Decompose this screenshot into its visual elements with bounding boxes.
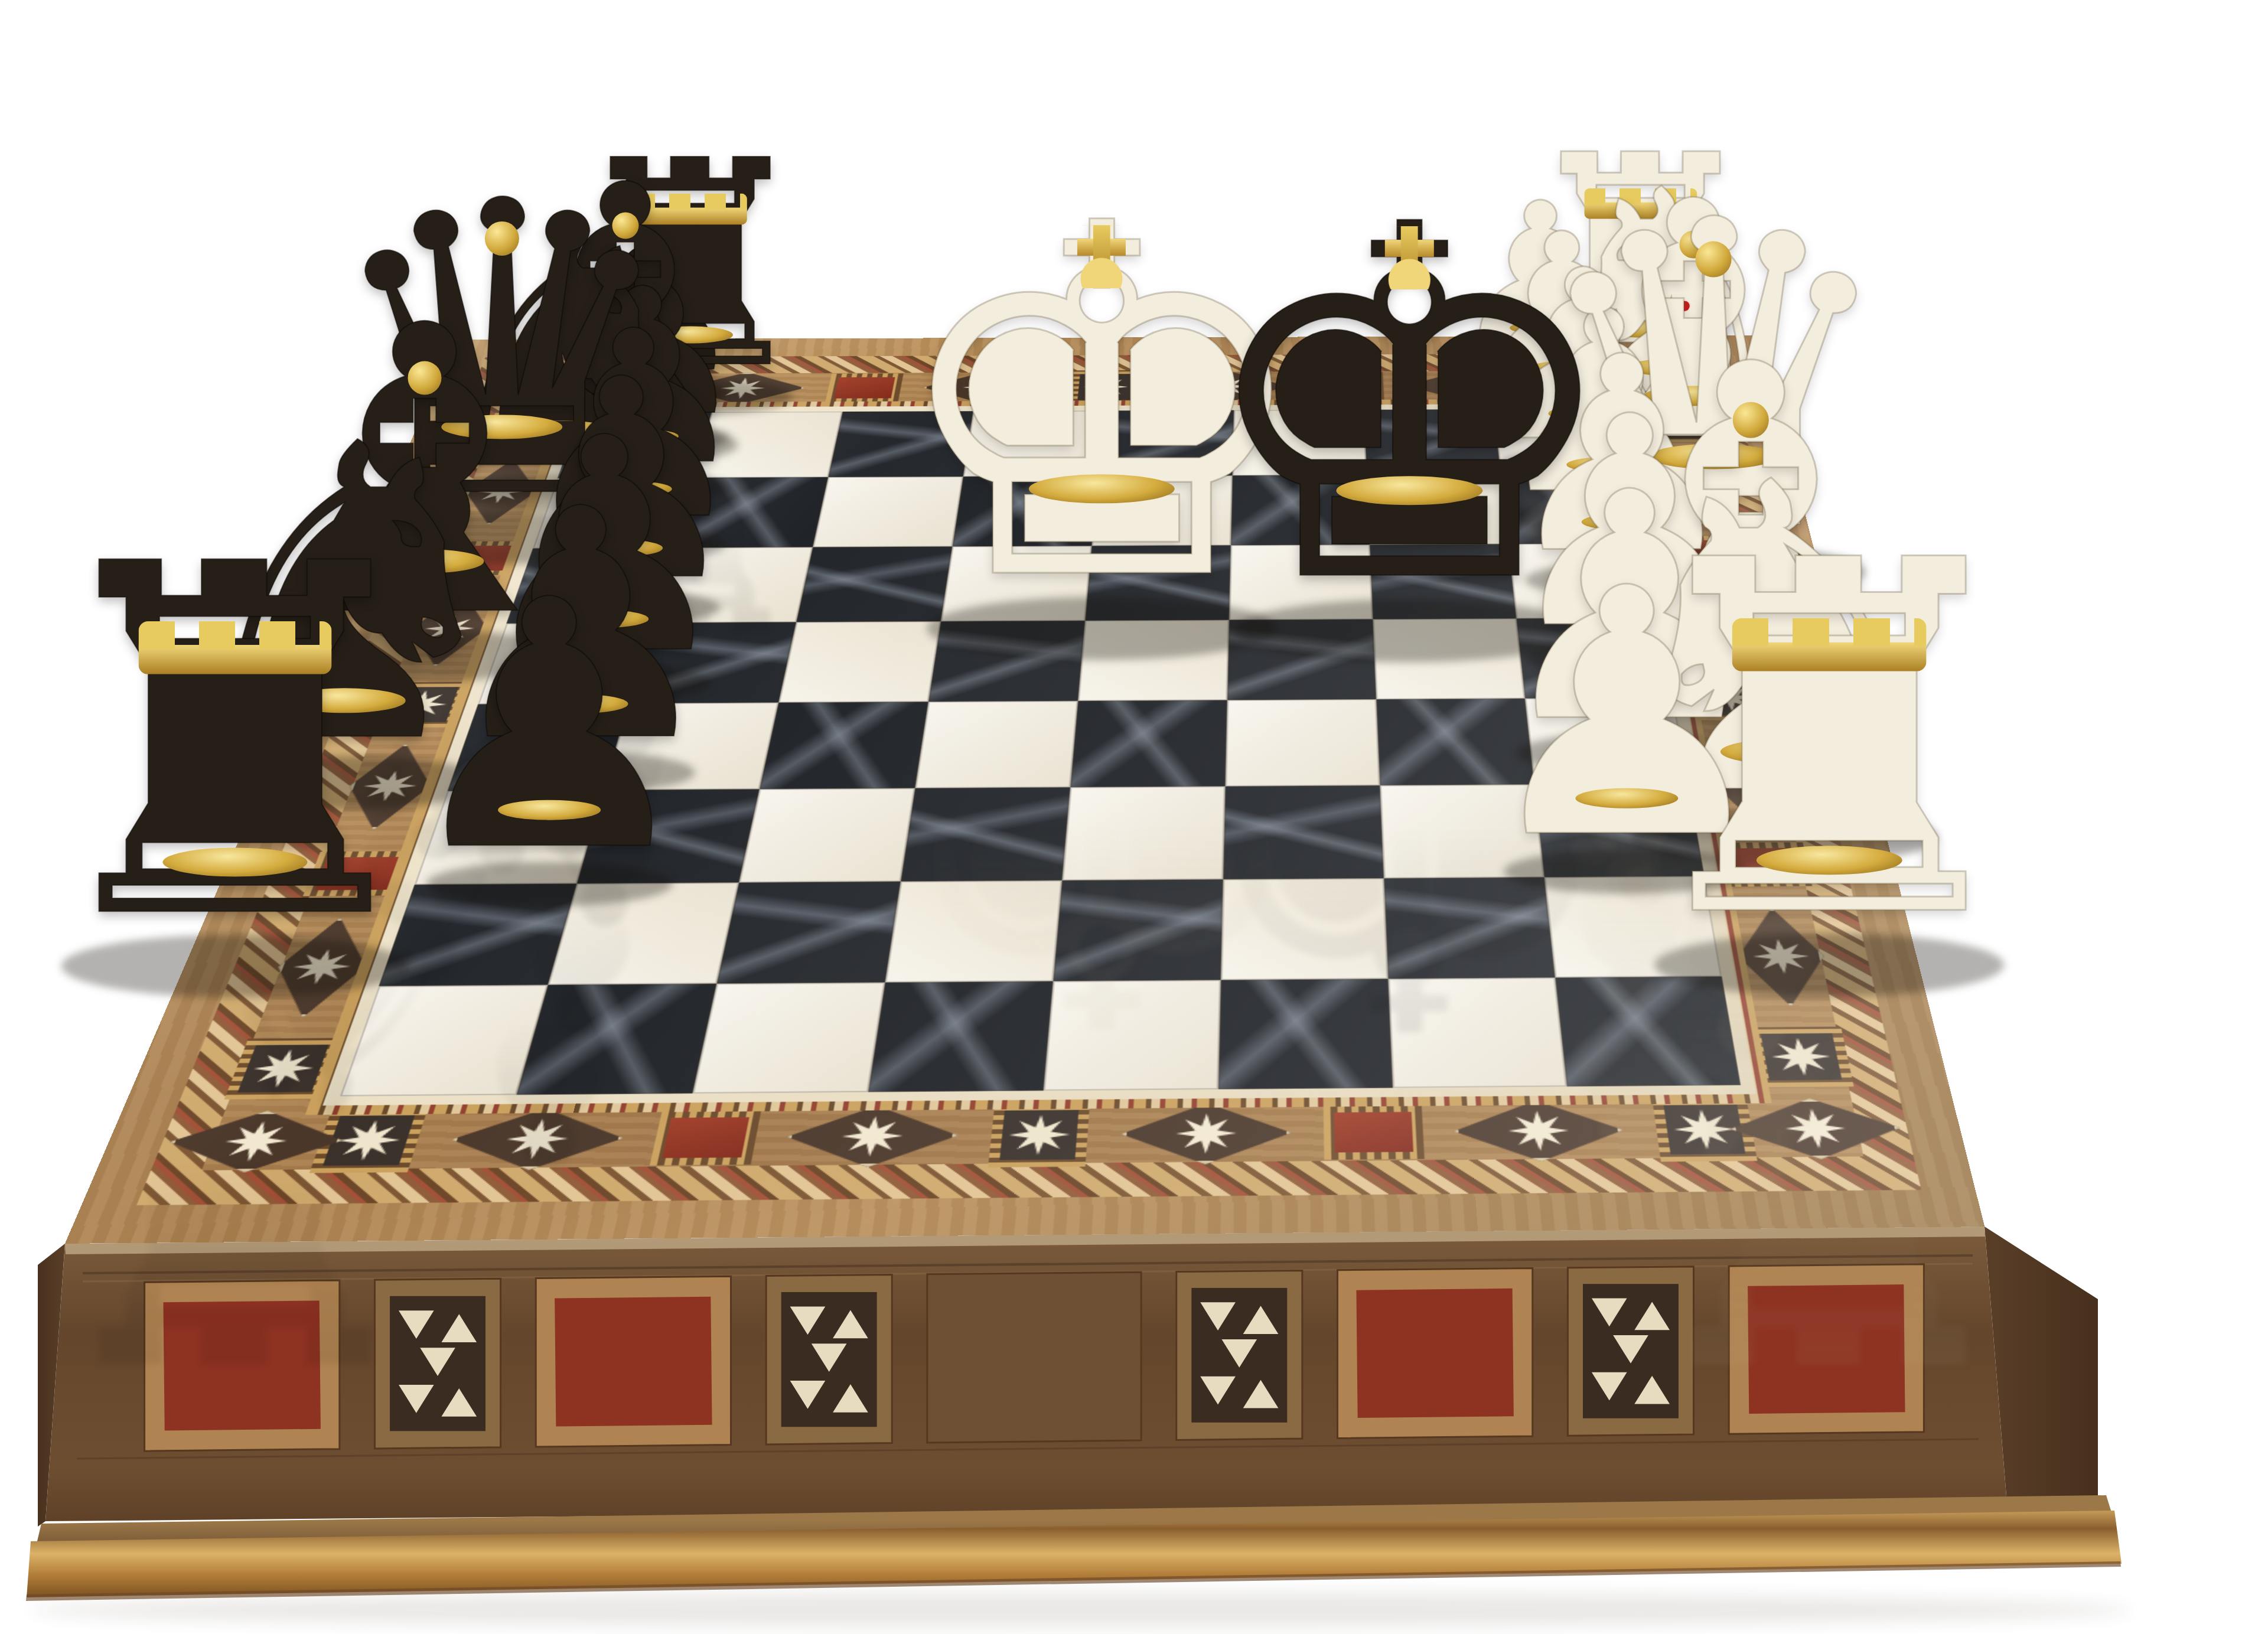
gold-collar-ring (498, 800, 601, 820)
eight-point-star-inlay (1007, 1114, 1071, 1155)
gold-rook-crown (1732, 618, 1927, 671)
red-panel-inlay (555, 1297, 712, 1427)
border-motif-redrect (1322, 1105, 1423, 1160)
gold-collar-ring (162, 847, 307, 876)
gold-collar-ring (1757, 846, 1902, 875)
red-wood-inlay (1333, 1112, 1412, 1153)
gold-king-finial (1077, 225, 1126, 288)
gold-rook-crown (138, 621, 331, 674)
gold-collar-ring (1029, 474, 1174, 503)
chess-set-product-photo: ♟♟♟♟♜♜♜♜♟♟♞♞♟♟♝♝♟♟♝♝♟♟♞♞♟♟♛♛♟♟♛♛♟♟♟♟♚♚♚♚… (0, 0, 2268, 1634)
red-panel-inlay (1356, 1289, 1513, 1418)
eight-point-star-inlay (1175, 1113, 1237, 1154)
eight-point-star-inlay (839, 1116, 905, 1157)
square-c7[interactable] (716, 882, 901, 984)
gold-king-finial (1385, 226, 1433, 289)
front-panel-plain (927, 1272, 1141, 1443)
border-motif-starsq (988, 1103, 1090, 1167)
white-rook-glyph: ♜ (1612, 499, 2047, 984)
black-rook-glyph: ♜ (18, 503, 451, 986)
cast-shadow (30, 1592, 2132, 1628)
gold-finial-ball (1695, 242, 1731, 278)
star-square-inlay (999, 1110, 1078, 1160)
